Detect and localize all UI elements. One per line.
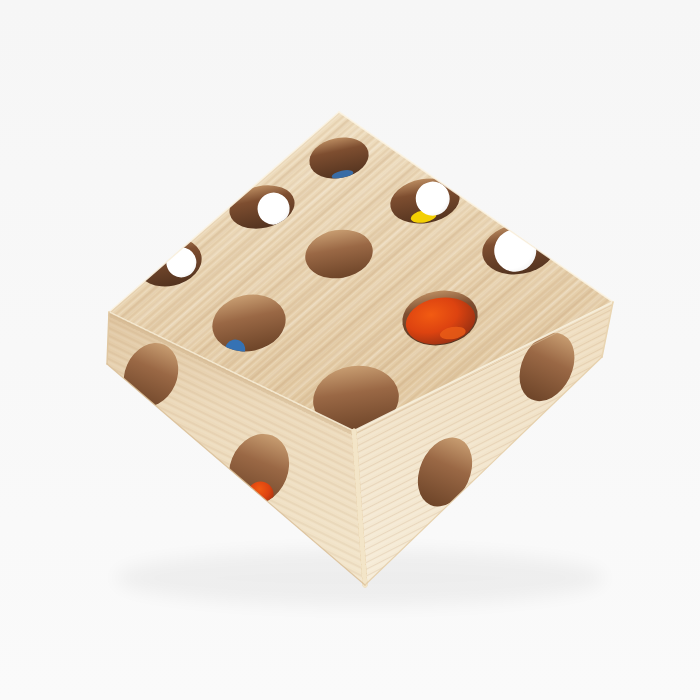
product-photo: [0, 0, 700, 700]
wooden-puzzle-box-image: [0, 0, 700, 700]
